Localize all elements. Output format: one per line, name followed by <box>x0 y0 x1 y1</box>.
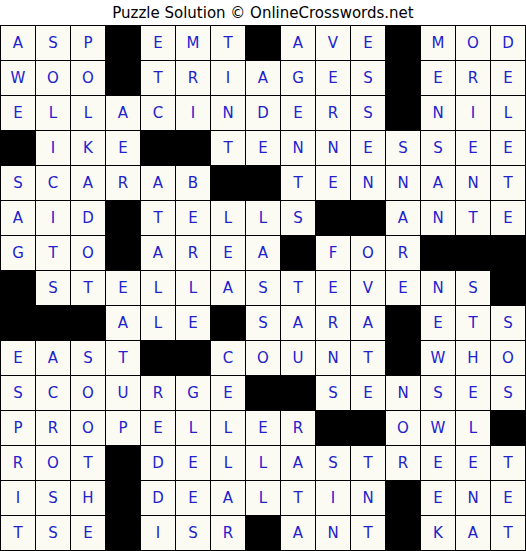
black-cell-r2c12 <box>386 61 421 96</box>
letter-cell-r14c7: A <box>211 481 246 516</box>
black-cell-r12c10 <box>316 411 351 446</box>
letter-cell-r7c10: F <box>316 236 351 271</box>
letter-cell-r9c15: S <box>491 306 526 341</box>
black-cell-r7c14 <box>456 236 491 271</box>
letter-cell-r10c9: U <box>281 341 316 376</box>
letter-cell-r11c3: O <box>71 376 106 411</box>
letter-cell-r7c2: T <box>36 236 71 271</box>
letter-cell-r4c9: N <box>281 131 316 166</box>
letter-cell-r13c15: T <box>491 446 526 481</box>
black-cell-r2c4 <box>106 61 141 96</box>
letter-cell-r1c13: M <box>421 26 456 61</box>
letter-cell-r12c12: O <box>386 411 421 446</box>
letter-cell-r3c4: A <box>106 96 141 131</box>
letter-cell-r5c4: R <box>106 166 141 201</box>
letter-cell-r5c10: E <box>316 166 351 201</box>
letter-cell-r15c2: S <box>36 516 71 551</box>
letter-cell-r15c13: K <box>421 516 456 551</box>
letter-cell-r1c10: V <box>316 26 351 61</box>
letter-cell-r5c3: A <box>71 166 106 201</box>
letter-cell-r8c9: T <box>281 271 316 306</box>
letter-cell-r9c5: L <box>141 306 176 341</box>
letter-cell-r13c14: E <box>456 446 491 481</box>
letter-cell-r3c3: L <box>71 96 106 131</box>
letter-cell-r2c1: W <box>1 61 36 96</box>
black-cell-r11c9 <box>281 376 316 411</box>
letter-cell-r4c10: N <box>316 131 351 166</box>
letter-cell-r5c5: A <box>141 166 176 201</box>
letter-cell-r13c7: L <box>211 446 246 481</box>
letter-cell-r5c12: N <box>386 166 421 201</box>
letter-cell-r8c3: T <box>71 271 106 306</box>
letter-cell-r9c8: S <box>246 306 281 341</box>
letter-cell-r8c7: A <box>211 271 246 306</box>
letter-cell-r1c5: E <box>141 26 176 61</box>
black-cell-r7c4 <box>106 236 141 271</box>
black-cell-r1c12 <box>386 26 421 61</box>
letter-cell-r11c1: S <box>1 376 36 411</box>
black-cell-r1c4 <box>106 26 141 61</box>
letter-cell-r3c14: I <box>456 96 491 131</box>
letter-cell-r7c7: E <box>211 236 246 271</box>
letter-cell-r12c8: E <box>246 411 281 446</box>
letter-cell-r4c13: S <box>421 131 456 166</box>
letter-cell-r10c15: O <box>491 341 526 376</box>
letter-cell-r9c11: A <box>351 306 386 341</box>
black-cell-r6c11 <box>351 201 386 236</box>
letter-cell-r3c9: E <box>281 96 316 131</box>
letter-cell-r3c7: N <box>211 96 246 131</box>
letter-cell-r6c2: I <box>36 201 71 236</box>
black-cell-r11c8 <box>246 376 281 411</box>
letter-cell-r14c9: T <box>281 481 316 516</box>
letter-cell-r11c12: N <box>386 376 421 411</box>
letter-cell-r1c11: E <box>351 26 386 61</box>
letter-cell-r5c13: A <box>421 166 456 201</box>
letter-cell-r15c6: S <box>176 516 211 551</box>
letter-cell-r12c1: P <box>1 411 36 446</box>
letter-cell-r13c8: L <box>246 446 281 481</box>
letter-cell-r2c10: E <box>316 61 351 96</box>
letter-cell-r13c12: R <box>386 446 421 481</box>
letter-cell-r1c15: D <box>491 26 526 61</box>
letter-cell-r3c1: E <box>1 96 36 131</box>
letter-cell-r5c1: S <box>1 166 36 201</box>
letter-cell-r12c14: L <box>456 411 491 446</box>
letter-cell-r2c3: O <box>71 61 106 96</box>
letter-cell-r3c6: I <box>176 96 211 131</box>
letter-cell-r12c7: L <box>211 411 246 446</box>
letter-cell-r8c4: E <box>106 271 141 306</box>
black-cell-r10c12 <box>386 341 421 376</box>
black-cell-r14c4 <box>106 481 141 516</box>
letter-cell-r14c10: I <box>316 481 351 516</box>
letter-cell-r6c12: A <box>386 201 421 236</box>
letter-cell-r14c8: L <box>246 481 281 516</box>
letter-cell-r11c11: E <box>351 376 386 411</box>
letter-cell-r14c3: H <box>71 481 106 516</box>
letter-cell-r11c10: S <box>316 376 351 411</box>
letter-cell-r10c11: T <box>351 341 386 376</box>
black-cell-r7c15 <box>491 236 526 271</box>
letter-cell-r11c15: S <box>491 376 526 411</box>
letter-cell-r9c13: E <box>421 306 456 341</box>
letter-cell-r3c13: N <box>421 96 456 131</box>
letter-cell-r2c13: E <box>421 61 456 96</box>
letter-cell-r4c3: K <box>71 131 106 166</box>
letter-cell-r9c14: T <box>456 306 491 341</box>
letter-cell-r7c6: R <box>176 236 211 271</box>
black-cell-r9c12 <box>386 306 421 341</box>
letter-cell-r10c8: O <box>246 341 281 376</box>
letter-cell-r4c14: E <box>456 131 491 166</box>
letter-cell-r5c14: N <box>456 166 491 201</box>
letter-cell-r15c15: T <box>491 516 526 551</box>
letter-cell-r10c4: T <box>106 341 141 376</box>
black-cell-r9c1 <box>1 306 36 341</box>
letter-cell-r13c11: T <box>351 446 386 481</box>
letter-cell-r13c9: A <box>281 446 316 481</box>
letter-cell-r6c3: D <box>71 201 106 236</box>
letter-cell-r11c13: S <box>421 376 456 411</box>
letter-cell-r11c2: C <box>36 376 71 411</box>
letter-cell-r6c14: T <box>456 201 491 236</box>
letter-cell-r5c15: T <box>491 166 526 201</box>
letter-cell-r1c1: A <box>1 26 36 61</box>
letter-cell-r4c8: E <box>246 131 281 166</box>
letter-cell-r10c3: S <box>71 341 106 376</box>
letter-cell-r2c2: O <box>36 61 71 96</box>
page-title: Puzzle Solution © OnlineCrosswords.net <box>0 0 526 25</box>
letter-cell-r8c11: V <box>351 271 386 306</box>
letter-cell-r13c6: E <box>176 446 211 481</box>
letter-cell-r13c5: D <box>141 446 176 481</box>
black-cell-r4c5 <box>141 131 176 166</box>
letter-cell-r7c8: A <box>246 236 281 271</box>
letter-cell-r3c8: D <box>246 96 281 131</box>
black-cell-r13c4 <box>106 446 141 481</box>
letter-cell-r1c7: T <box>211 26 246 61</box>
letter-cell-r9c9: A <box>281 306 316 341</box>
letter-cell-r5c2: C <box>36 166 71 201</box>
letter-cell-r2c8: A <box>246 61 281 96</box>
letter-cell-r8c6: L <box>176 271 211 306</box>
black-cell-r12c11 <box>351 411 386 446</box>
black-cell-r7c9 <box>281 236 316 271</box>
black-cell-r4c1 <box>1 131 36 166</box>
puzzle-solution-page: Puzzle Solution © OnlineCrosswords.net A… <box>0 0 526 551</box>
letter-cell-r15c1: T <box>1 516 36 551</box>
letter-cell-r2c7: I <box>211 61 246 96</box>
letter-cell-r15c10: N <box>316 516 351 551</box>
letter-cell-r13c2: O <box>36 446 71 481</box>
letter-cell-r6c1: A <box>1 201 36 236</box>
letter-cell-r4c2: I <box>36 131 71 166</box>
letter-cell-r1c2: S <box>36 26 71 61</box>
letter-cell-r15c14: A <box>456 516 491 551</box>
letter-cell-r3c2: L <box>36 96 71 131</box>
black-cell-r9c2 <box>36 306 71 341</box>
letter-cell-r11c6: G <box>176 376 211 411</box>
letter-cell-r3c5: C <box>141 96 176 131</box>
black-cell-r3c12 <box>386 96 421 131</box>
letter-cell-r13c1: R <box>1 446 36 481</box>
letter-cell-r12c4: P <box>106 411 141 446</box>
black-cell-r10c6 <box>176 341 211 376</box>
letter-cell-r9c4: A <box>106 306 141 341</box>
letter-cell-r14c1: I <box>1 481 36 516</box>
letter-cell-r8c14: S <box>456 271 491 306</box>
black-cell-r5c8 <box>246 166 281 201</box>
crossword-grid: ASPEMTAVEMODWOOTRIAGESEREELLACINDERSNILI… <box>0 25 526 551</box>
letter-cell-r10c14: H <box>456 341 491 376</box>
letter-cell-r12c9: R <box>281 411 316 446</box>
letter-cell-r3c10: R <box>316 96 351 131</box>
letter-cell-r12c5: E <box>141 411 176 446</box>
letter-cell-r8c8: S <box>246 271 281 306</box>
black-cell-r6c10 <box>316 201 351 236</box>
letter-cell-r12c2: R <box>36 411 71 446</box>
letter-cell-r4c12: S <box>386 131 421 166</box>
letter-cell-r3c11: S <box>351 96 386 131</box>
letter-cell-r8c5: L <box>141 271 176 306</box>
letter-cell-r14c6: E <box>176 481 211 516</box>
letter-cell-r2c14: R <box>456 61 491 96</box>
letter-cell-r11c4: U <box>106 376 141 411</box>
letter-cell-r9c6: E <box>176 306 211 341</box>
letter-cell-r15c3: E <box>71 516 106 551</box>
letter-cell-r14c11: N <box>351 481 386 516</box>
letter-cell-r4c11: E <box>351 131 386 166</box>
black-cell-r6c4 <box>106 201 141 236</box>
letter-cell-r7c1: G <box>1 236 36 271</box>
letter-cell-r5c6: B <box>176 166 211 201</box>
letter-cell-r1c9: A <box>281 26 316 61</box>
letter-cell-r7c12: R <box>386 236 421 271</box>
letter-cell-r3c15: L <box>491 96 526 131</box>
letter-cell-r1c14: O <box>456 26 491 61</box>
letter-cell-r2c11: S <box>351 61 386 96</box>
black-cell-r15c4 <box>106 516 141 551</box>
letter-cell-r10c2: A <box>36 341 71 376</box>
letter-cell-r11c7: E <box>211 376 246 411</box>
letter-cell-r5c9: T <box>281 166 316 201</box>
letter-cell-r6c9: S <box>281 201 316 236</box>
letter-cell-r4c7: T <box>211 131 246 166</box>
letter-cell-r10c13: W <box>421 341 456 376</box>
letter-cell-r6c15: E <box>491 201 526 236</box>
letter-cell-r15c5: I <box>141 516 176 551</box>
letter-cell-r7c3: O <box>71 236 106 271</box>
letter-cell-r1c6: M <box>176 26 211 61</box>
letter-cell-r4c15: E <box>491 131 526 166</box>
letter-cell-r6c8: L <box>246 201 281 236</box>
black-cell-r1c8 <box>246 26 281 61</box>
letter-cell-r14c14: N <box>456 481 491 516</box>
black-cell-r15c12 <box>386 516 421 551</box>
letter-cell-r10c1: E <box>1 341 36 376</box>
black-cell-r7c13 <box>421 236 456 271</box>
letter-cell-r13c10: S <box>316 446 351 481</box>
letter-cell-r15c11: T <box>351 516 386 551</box>
letter-cell-r11c14: E <box>456 376 491 411</box>
black-cell-r5c7 <box>211 166 246 201</box>
letter-cell-r6c6: E <box>176 201 211 236</box>
letter-cell-r12c13: W <box>421 411 456 446</box>
letter-cell-r7c5: A <box>141 236 176 271</box>
letter-cell-r15c9: A <box>281 516 316 551</box>
letter-cell-r2c15: E <box>491 61 526 96</box>
letter-cell-r8c10: E <box>316 271 351 306</box>
letter-cell-r13c13: E <box>421 446 456 481</box>
letter-cell-r8c12: E <box>386 271 421 306</box>
letter-cell-r14c2: S <box>36 481 71 516</box>
black-cell-r10c5 <box>141 341 176 376</box>
letter-cell-r12c3: O <box>71 411 106 446</box>
letter-cell-r9c10: R <box>316 306 351 341</box>
black-cell-r14c12 <box>386 481 421 516</box>
letter-cell-r11c5: R <box>141 376 176 411</box>
black-cell-r4c6 <box>176 131 211 166</box>
black-cell-r8c15 <box>491 271 526 306</box>
black-cell-r9c7 <box>211 306 246 341</box>
black-cell-r8c1 <box>1 271 36 306</box>
letter-cell-r14c15: E <box>491 481 526 516</box>
letter-cell-r7c11: O <box>351 236 386 271</box>
letter-cell-r14c13: E <box>421 481 456 516</box>
letter-cell-r10c7: C <box>211 341 246 376</box>
letter-cell-r12c6: L <box>176 411 211 446</box>
black-cell-r9c3 <box>71 306 106 341</box>
letter-cell-r6c5: T <box>141 201 176 236</box>
letter-cell-r5c11: N <box>351 166 386 201</box>
letter-cell-r13c3: T <box>71 446 106 481</box>
black-cell-r12c15 <box>491 411 526 446</box>
letter-cell-r15c7: R <box>211 516 246 551</box>
letter-cell-r4c4: E <box>106 131 141 166</box>
letter-cell-r6c7: L <box>211 201 246 236</box>
letter-cell-r6c13: N <box>421 201 456 236</box>
letter-cell-r2c6: R <box>176 61 211 96</box>
letter-cell-r2c5: T <box>141 61 176 96</box>
letter-cell-r2c9: G <box>281 61 316 96</box>
letter-cell-r14c5: D <box>141 481 176 516</box>
letter-cell-r10c10: N <box>316 341 351 376</box>
black-cell-r15c8 <box>246 516 281 551</box>
letter-cell-r8c13: N <box>421 271 456 306</box>
letter-cell-r1c3: P <box>71 26 106 61</box>
letter-cell-r8c2: S <box>36 271 71 306</box>
